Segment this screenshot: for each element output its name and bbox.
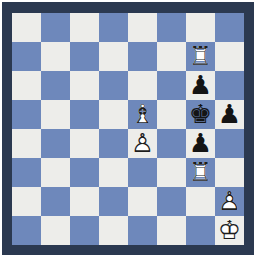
- square-h6[interactable]: [215, 71, 244, 100]
- chess-diagram-frame: ♜♖♟♝♗♚♟♟♙♟♜♖♟♙♚♔: [0, 0, 256, 257]
- square-f5[interactable]: [157, 100, 186, 129]
- board-border: ♜♖♟♝♗♚♟♟♙♟♜♖♟♙♚♔: [2, 2, 254, 255]
- square-g6[interactable]: ♟: [186, 71, 215, 100]
- square-c8[interactable]: [70, 13, 99, 42]
- square-g4[interactable]: ♟: [186, 129, 215, 158]
- piece-wB: ♝♗: [128, 100, 157, 129]
- square-a5[interactable]: [12, 100, 41, 129]
- square-f7[interactable]: [157, 42, 186, 71]
- square-b8[interactable]: [41, 13, 70, 42]
- square-d3[interactable]: [99, 158, 128, 187]
- square-h2[interactable]: ♟♙: [215, 187, 244, 216]
- square-e6[interactable]: [128, 71, 157, 100]
- square-f1[interactable]: [157, 216, 186, 245]
- square-h3[interactable]: [215, 158, 244, 187]
- piece-wK: ♚♔: [215, 216, 244, 245]
- square-c3[interactable]: [70, 158, 99, 187]
- square-b6[interactable]: [41, 71, 70, 100]
- square-a1[interactable]: [12, 216, 41, 245]
- square-c5[interactable]: [70, 100, 99, 129]
- square-d8[interactable]: [99, 13, 128, 42]
- square-c4[interactable]: [70, 129, 99, 158]
- square-c1[interactable]: [70, 216, 99, 245]
- square-h4[interactable]: [215, 129, 244, 158]
- square-b7[interactable]: [41, 42, 70, 71]
- square-f2[interactable]: [157, 187, 186, 216]
- piece-wP: ♟♙: [215, 187, 244, 216]
- square-e5[interactable]: ♝♗: [128, 100, 157, 129]
- square-e3[interactable]: [128, 158, 157, 187]
- piece-bP: ♟: [215, 100, 244, 129]
- square-g3[interactable]: ♜♖: [186, 158, 215, 187]
- square-e4[interactable]: ♟♙: [128, 129, 157, 158]
- piece-wR: ♜♖: [186, 158, 215, 187]
- square-a3[interactable]: [12, 158, 41, 187]
- square-b4[interactable]: [41, 129, 70, 158]
- piece-wP: ♟♙: [128, 129, 157, 158]
- square-h5[interactable]: ♟: [215, 100, 244, 129]
- piece-wR: ♜♖: [186, 42, 215, 71]
- square-d1[interactable]: [99, 216, 128, 245]
- square-g1[interactable]: [186, 216, 215, 245]
- piece-bP: ♟: [186, 71, 215, 100]
- square-e7[interactable]: [128, 42, 157, 71]
- square-g5[interactable]: ♚: [186, 100, 215, 129]
- square-d2[interactable]: [99, 187, 128, 216]
- square-f3[interactable]: [157, 158, 186, 187]
- square-g2[interactable]: [186, 187, 215, 216]
- square-h1[interactable]: ♚♔: [215, 216, 244, 245]
- square-a8[interactable]: [12, 13, 41, 42]
- square-b1[interactable]: [41, 216, 70, 245]
- piece-bK: ♚: [186, 100, 215, 129]
- square-f6[interactable]: [157, 71, 186, 100]
- square-e1[interactable]: [128, 216, 157, 245]
- square-h7[interactable]: [215, 42, 244, 71]
- square-d5[interactable]: [99, 100, 128, 129]
- square-a6[interactable]: [12, 71, 41, 100]
- square-f4[interactable]: [157, 129, 186, 158]
- piece-bP: ♟: [186, 129, 215, 158]
- square-d4[interactable]: [99, 129, 128, 158]
- square-a7[interactable]: [12, 42, 41, 71]
- square-c2[interactable]: [70, 187, 99, 216]
- square-b2[interactable]: [41, 187, 70, 216]
- square-d6[interactable]: [99, 71, 128, 100]
- square-g7[interactable]: ♜♖: [186, 42, 215, 71]
- square-b5[interactable]: [41, 100, 70, 129]
- square-e2[interactable]: [128, 187, 157, 216]
- square-a4[interactable]: [12, 129, 41, 158]
- square-f8[interactable]: [157, 13, 186, 42]
- square-e8[interactable]: [128, 13, 157, 42]
- square-g8[interactable]: [186, 13, 215, 42]
- square-b3[interactable]: [41, 158, 70, 187]
- square-h8[interactable]: [215, 13, 244, 42]
- square-a2[interactable]: [12, 187, 41, 216]
- square-c6[interactable]: [70, 71, 99, 100]
- chess-board: ♜♖♟♝♗♚♟♟♙♟♜♖♟♙♚♔: [12, 13, 244, 245]
- square-d7[interactable]: [99, 42, 128, 71]
- square-c7[interactable]: [70, 42, 99, 71]
